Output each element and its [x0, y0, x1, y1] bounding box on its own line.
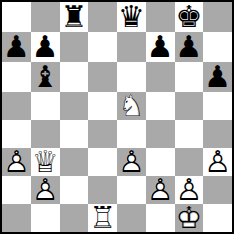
square-h5[interactable] [203, 92, 232, 120]
black-rook-c8: ♜ [60, 2, 89, 32]
piece-outline: ♙ [203, 148, 232, 176]
square-b5[interactable] [31, 92, 60, 120]
square-d3[interactable] [88, 148, 117, 176]
square-d1[interactable]: ♜♖ [88, 204, 117, 232]
white-pawn-b2: ♟♙ [31, 176, 60, 204]
square-h8[interactable] [203, 2, 232, 32]
square-g5[interactable] [175, 92, 204, 120]
square-c2[interactable] [60, 176, 89, 204]
square-h3[interactable]: ♟♙ [203, 148, 232, 176]
square-c5[interactable] [60, 92, 89, 120]
square-e3[interactable]: ♟♙ [117, 148, 146, 176]
square-a5[interactable] [2, 92, 31, 120]
square-c8[interactable]: ♜ [60, 2, 89, 32]
white-pawn-a3: ♟♙ [2, 148, 31, 176]
black-pawn-g7: ♟ [175, 32, 204, 62]
piece-outline: ♙ [117, 148, 146, 176]
square-f8[interactable] [146, 2, 175, 32]
square-g4[interactable] [175, 120, 204, 148]
piece-outline: ♙ [146, 176, 175, 204]
black-pawn-h6: ♟ [203, 62, 232, 92]
square-f2[interactable]: ♟♙ [146, 176, 175, 204]
square-d4[interactable] [88, 120, 117, 148]
square-h6[interactable]: ♟ [203, 62, 232, 92]
square-g6[interactable] [175, 62, 204, 92]
square-b7[interactable]: ♟ [31, 32, 60, 62]
square-g7[interactable]: ♟ [175, 32, 204, 62]
square-b2[interactable]: ♟♙ [31, 176, 60, 204]
square-e2[interactable] [117, 176, 146, 204]
square-a8[interactable] [2, 2, 31, 32]
square-f4[interactable] [146, 120, 175, 148]
square-a7[interactable]: ♟ [2, 32, 31, 62]
square-e5[interactable]: ♞♘ [117, 92, 146, 120]
square-e1[interactable] [117, 204, 146, 232]
black-queen-e8: ♛ [117, 2, 146, 32]
square-c1[interactable] [60, 204, 89, 232]
black-pawn-b7: ♟ [31, 32, 60, 62]
white-pawn-e3: ♟♙ [117, 148, 146, 176]
black-bishop-b6: ♝ [31, 62, 60, 92]
piece-outline: ♖ [88, 204, 117, 232]
square-e8[interactable]: ♛ [117, 2, 146, 32]
square-e7[interactable] [117, 32, 146, 62]
square-h1[interactable] [203, 204, 232, 232]
square-d7[interactable] [88, 32, 117, 62]
square-f7[interactable]: ♟ [146, 32, 175, 62]
white-king-g1: ♚♔ [175, 204, 204, 232]
square-f5[interactable] [146, 92, 175, 120]
white-rook-d1: ♜♖ [88, 204, 117, 232]
square-c7[interactable] [60, 32, 89, 62]
square-b8[interactable] [31, 2, 60, 32]
white-pawn-h3: ♟♙ [203, 148, 232, 176]
piece-outline: ♙ [31, 176, 60, 204]
square-c4[interactable] [60, 120, 89, 148]
square-h7[interactable] [203, 32, 232, 62]
piece-outline: ♔ [175, 204, 204, 232]
piece-outline: ♙ [2, 148, 31, 176]
square-b1[interactable] [31, 204, 60, 232]
white-pawn-f2: ♟♙ [146, 176, 175, 204]
chess-board: ♜♛♚♟♟♟♟♝♟♞♘♟♙♛♕♟♙♟♙♟♙♟♙♟♙♜♖♚♔ [0, 0, 234, 234]
square-a2[interactable] [2, 176, 31, 204]
square-f1[interactable] [146, 204, 175, 232]
square-d6[interactable] [88, 62, 117, 92]
piece-outline: ♘ [117, 92, 146, 120]
square-d8[interactable] [88, 2, 117, 32]
square-g1[interactable]: ♚♔ [175, 204, 204, 232]
square-a3[interactable]: ♟♙ [2, 148, 31, 176]
square-d5[interactable] [88, 92, 117, 120]
square-h2[interactable] [203, 176, 232, 204]
square-g8[interactable]: ♚ [175, 2, 204, 32]
square-b6[interactable]: ♝ [31, 62, 60, 92]
black-king-g8: ♚ [175, 2, 204, 32]
chess-diagram: ♜♛♚♟♟♟♟♝♟♞♘♟♙♛♕♟♙♟♙♟♙♟♙♟♙♜♖♚♔ [0, 0, 234, 234]
square-c6[interactable] [60, 62, 89, 92]
square-f6[interactable] [146, 62, 175, 92]
black-pawn-a7: ♟ [2, 32, 31, 62]
white-knight-e5: ♞♘ [117, 92, 146, 120]
square-a1[interactable] [2, 204, 31, 232]
square-a6[interactable] [2, 62, 31, 92]
black-pawn-f7: ♟ [146, 32, 175, 62]
square-c3[interactable] [60, 148, 89, 176]
